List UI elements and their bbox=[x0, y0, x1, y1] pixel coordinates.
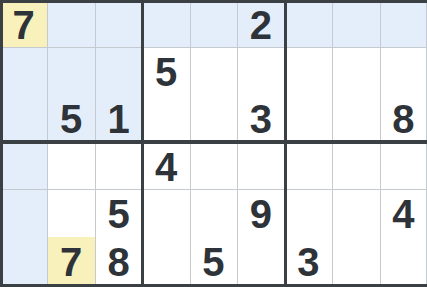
cell-r3c4[interactable] bbox=[142, 95, 189, 142]
cell-r1c9[interactable] bbox=[380, 0, 427, 47]
cell-r3c8[interactable] bbox=[332, 95, 379, 142]
cell-r2c2[interactable] bbox=[47, 47, 94, 94]
cell-r2c7[interactable] bbox=[285, 47, 332, 94]
cell-r6c7[interactable]: 3 bbox=[285, 237, 332, 284]
cell-r3c3[interactable]: 1 bbox=[95, 95, 142, 142]
cell-r3c9[interactable]: 8 bbox=[380, 95, 427, 142]
cell-r5c2[interactable] bbox=[47, 190, 94, 237]
cell-r6c5[interactable]: 5 bbox=[190, 237, 237, 284]
cell-r5c4[interactable] bbox=[142, 190, 189, 237]
cell-r5c8[interactable] bbox=[332, 190, 379, 237]
cell-r6c3[interactable]: 8 bbox=[95, 237, 142, 284]
cell-r4c9[interactable] bbox=[380, 142, 427, 189]
cell-r4c5[interactable] bbox=[190, 142, 237, 189]
cell-r3c7[interactable] bbox=[285, 95, 332, 142]
cell-r5c5[interactable] bbox=[190, 190, 237, 237]
cell-r2c4[interactable]: 5 bbox=[142, 47, 189, 94]
cell-r1c4[interactable] bbox=[142, 0, 189, 47]
cell-r4c4[interactable]: 4 bbox=[142, 142, 189, 189]
cell-r5c7[interactable] bbox=[285, 190, 332, 237]
cell-r1c7[interactable] bbox=[285, 0, 332, 47]
cell-r6c8[interactable] bbox=[332, 237, 379, 284]
cell-r1c2[interactable] bbox=[47, 0, 94, 47]
cell-r1c5[interactable] bbox=[190, 0, 237, 47]
cell-r3c1[interactable] bbox=[0, 95, 47, 142]
cell-r5c6[interactable]: 9 bbox=[237, 190, 284, 237]
cell-r5c1[interactable] bbox=[0, 190, 47, 237]
cell-r6c1[interactable] bbox=[0, 237, 47, 284]
cell-r1c6[interactable]: 2 bbox=[237, 0, 284, 47]
cell-r3c5[interactable] bbox=[190, 95, 237, 142]
cell-r6c9[interactable] bbox=[380, 237, 427, 284]
cell-r4c6[interactable] bbox=[237, 142, 284, 189]
cell-r1c1[interactable]: 7 bbox=[0, 0, 47, 47]
cell-r2c8[interactable] bbox=[332, 47, 379, 94]
cell-r4c7[interactable] bbox=[285, 142, 332, 189]
cell-r4c1[interactable] bbox=[0, 142, 47, 189]
cell-r6c6[interactable] bbox=[237, 237, 284, 284]
cell-r2c1[interactable] bbox=[0, 47, 47, 94]
cell-r2c9[interactable] bbox=[380, 47, 427, 94]
cell-r2c3[interactable] bbox=[95, 47, 142, 94]
cell-r3c6[interactable]: 3 bbox=[237, 95, 284, 142]
cell-r4c8[interactable] bbox=[332, 142, 379, 189]
cell-r5c9[interactable]: 4 bbox=[380, 190, 427, 237]
cell-r2c5[interactable] bbox=[190, 47, 237, 94]
sudoku-grid: 725513845947853 bbox=[0, 0, 427, 287]
cell-r6c4[interactable] bbox=[142, 237, 189, 284]
cell-r5c3[interactable]: 5 bbox=[95, 190, 142, 237]
cell-r4c2[interactable] bbox=[47, 142, 94, 189]
cell-r2c6[interactable] bbox=[237, 47, 284, 94]
cell-r4c3[interactable] bbox=[95, 142, 142, 189]
cell-r3c2[interactable]: 5 bbox=[47, 95, 94, 142]
sudoku-board: 725513845947853 bbox=[0, 0, 427, 287]
cell-r6c2[interactable]: 7 bbox=[47, 237, 94, 284]
cell-r1c3[interactable] bbox=[95, 0, 142, 47]
cell-r1c8[interactable] bbox=[332, 0, 379, 47]
